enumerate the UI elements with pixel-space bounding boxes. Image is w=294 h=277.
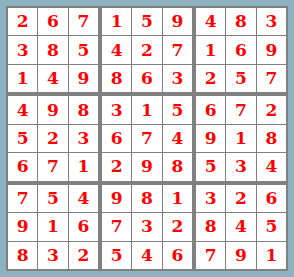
sudoku-cell-r2c6[interactable]: 7 [163,36,192,63]
sudoku-box-8: 981732546 [102,185,192,269]
sudoku-cell-r2c2[interactable]: 8 [38,36,67,63]
sudoku-cell-r3c3[interactable]: 9 [69,65,98,92]
sudoku-cell-r1c4[interactable]: 1 [102,8,131,35]
sudoku-cell-r5c3[interactable]: 3 [69,125,98,152]
sudoku-cell-r5c2[interactable]: 2 [38,125,67,152]
sudoku-cell-r2c4[interactable]: 4 [102,36,131,63]
sudoku-cell-r5c1[interactable]: 5 [8,125,37,152]
sudoku-cell-r9c9[interactable]: 1 [257,242,286,269]
sudoku-cell-r7c3[interactable]: 4 [69,185,98,212]
sudoku-cell-r7c4[interactable]: 9 [102,185,131,212]
sudoku-cell-r7c1[interactable]: 7 [8,185,37,212]
sudoku-box-4: 498523671 [8,96,98,180]
sudoku-cell-r4c9[interactable]: 2 [257,96,286,123]
sudoku-cell-r6c5[interactable]: 9 [132,153,161,180]
sudoku-cell-r3c5[interactable]: 6 [132,65,161,92]
sudoku-cell-r2c3[interactable]: 5 [69,36,98,63]
sudoku-box-5: 315674298 [102,96,192,180]
sudoku-cell-r8c6[interactable]: 2 [163,213,192,240]
sudoku-cell-r3c6[interactable]: 3 [163,65,192,92]
sudoku-board: 2673851491594278634831692574985236713156… [6,6,288,271]
sudoku-cell-r1c5[interactable]: 5 [132,8,161,35]
sudoku-cell-r1c3[interactable]: 7 [69,8,98,35]
sudoku-cell-r5c9[interactable]: 8 [257,125,286,152]
sudoku-cell-r1c8[interactable]: 8 [226,8,255,35]
sudoku-cell-r8c8[interactable]: 4 [226,213,255,240]
sudoku-cell-r7c8[interactable]: 2 [226,185,255,212]
sudoku-cell-r2c5[interactable]: 2 [132,36,161,63]
sudoku-cell-r9c4[interactable]: 5 [102,242,131,269]
sudoku-cell-r3c8[interactable]: 5 [226,65,255,92]
sudoku-cell-r8c7[interactable]: 8 [196,213,225,240]
sudoku-cell-r9c2[interactable]: 3 [38,242,67,269]
sudoku-box-6: 672918534 [196,96,286,180]
sudoku-cell-r8c3[interactable]: 6 [69,213,98,240]
sudoku-cell-r8c9[interactable]: 5 [257,213,286,240]
sudoku-cell-r4c5[interactable]: 1 [132,96,161,123]
sudoku-cell-r8c4[interactable]: 7 [102,213,131,240]
sudoku-cell-r1c9[interactable]: 3 [257,8,286,35]
sudoku-cell-r9c8[interactable]: 9 [226,242,255,269]
sudoku-cell-r5c8[interactable]: 1 [226,125,255,152]
sudoku-box-3: 483169257 [196,8,286,92]
sudoku-cell-r3c2[interactable]: 4 [38,65,67,92]
sudoku-cell-r3c4[interactable]: 8 [102,65,131,92]
sudoku-box-9: 326845791 [196,185,286,269]
sudoku-cell-r1c6[interactable]: 9 [163,8,192,35]
sudoku-box-2: 159427863 [102,8,192,92]
sudoku-cell-r6c2[interactable]: 7 [38,153,67,180]
sudoku-cell-r2c7[interactable]: 1 [196,36,225,63]
sudoku-cell-r6c6[interactable]: 8 [163,153,192,180]
sudoku-box-7: 754916832 [8,185,98,269]
sudoku-cell-r9c3[interactable]: 2 [69,242,98,269]
sudoku-cell-r6c4[interactable]: 2 [102,153,131,180]
sudoku-cell-r3c7[interactable]: 2 [196,65,225,92]
sudoku-cell-r4c8[interactable]: 7 [226,96,255,123]
sudoku-cell-r5c6[interactable]: 4 [163,125,192,152]
sudoku-cell-r4c2[interactable]: 9 [38,96,67,123]
sudoku-cell-r6c7[interactable]: 5 [196,153,225,180]
sudoku-cell-r4c3[interactable]: 8 [69,96,98,123]
sudoku-cell-r6c9[interactable]: 4 [257,153,286,180]
sudoku-cell-r1c7[interactable]: 4 [196,8,225,35]
sudoku-cell-r4c7[interactable]: 6 [196,96,225,123]
sudoku-cell-r2c1[interactable]: 3 [8,36,37,63]
sudoku-box-1: 267385149 [8,8,98,92]
sudoku-cell-r8c5[interactable]: 3 [132,213,161,240]
sudoku-cell-r4c4[interactable]: 3 [102,96,131,123]
sudoku-cell-r8c1[interactable]: 9 [8,213,37,240]
sudoku-cell-r4c6[interactable]: 5 [163,96,192,123]
sudoku-cell-r9c6[interactable]: 6 [163,242,192,269]
sudoku-cell-r5c5[interactable]: 7 [132,125,161,152]
sudoku-cell-r9c1[interactable]: 8 [8,242,37,269]
sudoku-cell-r7c6[interactable]: 1 [163,185,192,212]
sudoku-cell-r8c2[interactable]: 1 [38,213,67,240]
sudoku-cell-r7c2[interactable]: 5 [38,185,67,212]
sudoku-cell-r6c1[interactable]: 6 [8,153,37,180]
sudoku-cell-r2c8[interactable]: 6 [226,36,255,63]
sudoku-cell-r6c3[interactable]: 1 [69,153,98,180]
sudoku-cell-r3c1[interactable]: 1 [8,65,37,92]
sudoku-cell-r1c2[interactable]: 6 [38,8,67,35]
sudoku-cell-r5c7[interactable]: 9 [196,125,225,152]
sudoku-cell-r5c4[interactable]: 6 [102,125,131,152]
sudoku-cell-r6c8[interactable]: 3 [226,153,255,180]
sudoku-cell-r9c7[interactable]: 7 [196,242,225,269]
sudoku-cell-r3c9[interactable]: 7 [257,65,286,92]
sudoku-cell-r4c1[interactable]: 4 [8,96,37,123]
sudoku-cell-r1c1[interactable]: 2 [8,8,37,35]
sudoku-cell-r7c5[interactable]: 8 [132,185,161,212]
sudoku-cell-r7c9[interactable]: 6 [257,185,286,212]
sudoku-cell-r7c7[interactable]: 3 [196,185,225,212]
sudoku-cell-r9c5[interactable]: 4 [132,242,161,269]
sudoku-cell-r2c9[interactable]: 9 [257,36,286,63]
